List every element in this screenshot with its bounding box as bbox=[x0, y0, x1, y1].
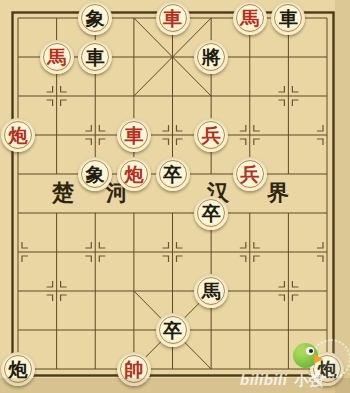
piece-character: 帥 bbox=[124, 360, 143, 379]
piece-black-卒-12[interactable]: 卒 bbox=[156, 157, 190, 191]
mascot-bird-icon bbox=[293, 343, 318, 368]
piece-red-車-8[interactable]: 車 bbox=[117, 118, 151, 152]
piece-character: 卒 bbox=[202, 204, 221, 223]
piece-character: 卒 bbox=[163, 165, 182, 184]
right-margin bbox=[335, 0, 350, 393]
piece-character: 車 bbox=[163, 9, 182, 28]
piece-black-馬-15[interactable]: 馬 bbox=[194, 274, 228, 308]
piece-character: 卒 bbox=[163, 321, 182, 340]
piece-red-車-1[interactable]: 車 bbox=[156, 1, 190, 35]
piece-character: 車 bbox=[124, 126, 143, 145]
piece-black-將-6[interactable]: 將 bbox=[194, 40, 228, 74]
watermark-bilibili: bilibili bbox=[240, 371, 287, 388]
piece-character: 將 bbox=[202, 48, 221, 67]
piece-character: 象 bbox=[86, 9, 105, 28]
watermark-partner: 小强 bbox=[294, 372, 323, 388]
piece-black-卒-14[interactable]: 卒 bbox=[194, 196, 228, 230]
piece-character: 馬 bbox=[202, 282, 221, 301]
piece-black-象-0[interactable]: 象 bbox=[78, 1, 112, 35]
piece-red-兵-9[interactable]: 兵 bbox=[194, 118, 228, 152]
piece-character: 兵 bbox=[240, 165, 259, 184]
piece-red-炮-7[interactable]: 炮 bbox=[1, 118, 35, 152]
river-label-jie: 界 bbox=[265, 181, 291, 205]
piece-character: 兵 bbox=[202, 126, 221, 145]
watermark: bilibili小强 bbox=[240, 371, 323, 390]
piece-character: 炮 bbox=[124, 165, 143, 184]
piece-character: 車 bbox=[86, 48, 105, 67]
piece-red-馬-4[interactable]: 馬 bbox=[40, 40, 74, 74]
piece-black-象-10[interactable]: 象 bbox=[78, 157, 112, 191]
piece-character: 象 bbox=[86, 165, 105, 184]
piece-red-炮-11[interactable]: 炮 bbox=[117, 157, 151, 191]
piece-character: 馬 bbox=[240, 9, 259, 28]
piece-character: 炮 bbox=[9, 126, 28, 145]
xiangqi-board-screenshot: 楚 河 汉 界 象車馬車馬車將炮車兵象炮卒兵卒馬卒炮帥炮 bilibili小强 bbox=[0, 0, 350, 393]
piece-red-馬-2[interactable]: 馬 bbox=[233, 1, 267, 35]
piece-character: 車 bbox=[279, 9, 298, 28]
bird-beak bbox=[314, 354, 323, 364]
bird-eye bbox=[306, 347, 314, 355]
piece-black-卒-16[interactable]: 卒 bbox=[156, 313, 190, 347]
piece-character: 馬 bbox=[47, 48, 66, 67]
piece-black-車-5[interactable]: 車 bbox=[78, 40, 112, 74]
piece-character: 炮 bbox=[9, 360, 28, 379]
piece-red-兵-13[interactable]: 兵 bbox=[233, 157, 267, 191]
river-label-chu: 楚 bbox=[50, 181, 76, 205]
